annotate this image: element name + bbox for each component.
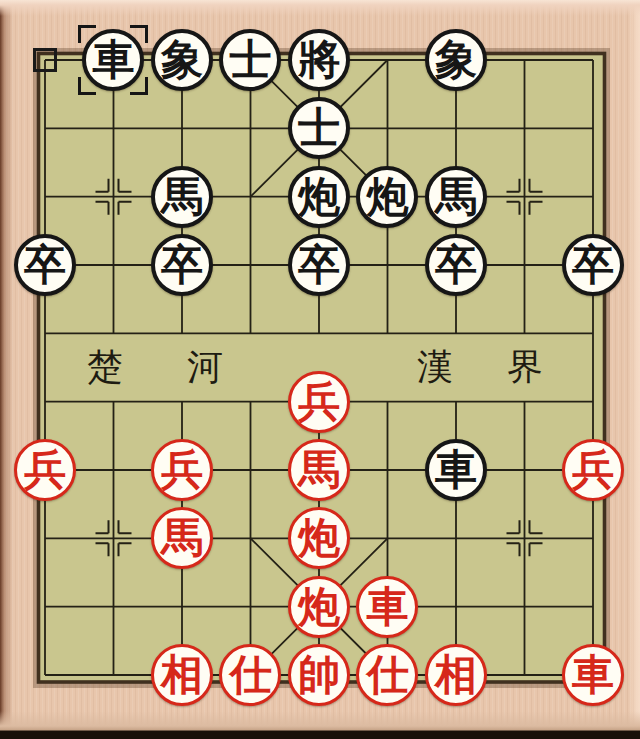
piece-red-cannon[interactable]: 炮	[288, 507, 350, 569]
piece-glyph: 車	[572, 654, 614, 696]
piece-red-advisor[interactable]: 仕	[219, 644, 281, 706]
piece-glyph: 兵	[298, 381, 340, 423]
piece-glyph: 卒	[161, 244, 203, 286]
piece-red-general[interactable]: 帥	[288, 644, 350, 706]
piece-black-pawn[interactable]: 卒	[288, 234, 350, 296]
piece-red-pawn[interactable]: 兵	[288, 371, 350, 433]
piece-red-horse[interactable]: 馬	[151, 507, 213, 569]
piece-glyph: 卒	[572, 244, 614, 286]
piece-black-chariot[interactable]: 車	[425, 439, 487, 501]
piece-glyph: 仕	[229, 654, 271, 696]
piece-glyph: 車	[435, 449, 477, 491]
xiangqi-board[interactable]: 車象士將象士馬炮炮馬卒卒卒卒卒車兵兵兵馬兵馬炮炮車相仕帥仕相車	[11, 26, 628, 709]
piece-black-pawn[interactable]: 卒	[562, 234, 624, 296]
piece-black-elephant[interactable]: 象	[425, 29, 487, 91]
piece-red-chariot[interactable]: 車	[356, 576, 418, 638]
piece-black-horse[interactable]: 馬	[151, 166, 213, 228]
piece-red-chariot[interactable]: 車	[562, 644, 624, 706]
piece-glyph: 炮	[298, 586, 340, 628]
last-move-from-marker	[33, 48, 57, 72]
piece-black-pawn[interactable]: 卒	[14, 234, 76, 296]
piece-glyph: 馬	[161, 176, 203, 218]
piece-glyph: 仕	[366, 654, 408, 696]
piece-glyph: 象	[161, 39, 203, 81]
piece-black-elephant[interactable]: 象	[151, 29, 213, 91]
piece-black-cannon[interactable]: 炮	[356, 166, 418, 228]
piece-black-chariot[interactable]: 車	[82, 29, 144, 91]
piece-glyph: 士	[229, 39, 271, 81]
piece-red-elephant[interactable]: 相	[151, 644, 213, 706]
piece-glyph: 兵	[24, 449, 66, 491]
piece-glyph: 馬	[161, 517, 203, 559]
piece-red-pawn[interactable]: 兵	[562, 439, 624, 501]
piece-black-pawn[interactable]: 卒	[425, 234, 487, 296]
piece-black-cannon[interactable]: 炮	[288, 166, 350, 228]
piece-glyph: 馬	[298, 449, 340, 491]
piece-black-horse[interactable]: 馬	[425, 166, 487, 228]
piece-red-pawn[interactable]: 兵	[151, 439, 213, 501]
piece-red-elephant[interactable]: 相	[425, 644, 487, 706]
piece-red-cannon[interactable]: 炮	[288, 576, 350, 638]
piece-black-pawn[interactable]: 卒	[151, 234, 213, 296]
piece-glyph: 兵	[161, 449, 203, 491]
piece-glyph: 士	[298, 107, 340, 149]
piece-glyph: 炮	[298, 517, 340, 559]
piece-black-advisor[interactable]: 士	[219, 29, 281, 91]
piece-glyph: 炮	[366, 176, 408, 218]
piece-glyph: 帥	[298, 654, 340, 696]
piece-black-advisor[interactable]: 士	[288, 97, 350, 159]
piece-glyph: 相	[435, 654, 477, 696]
piece-glyph: 卒	[298, 244, 340, 286]
piece-glyph: 兵	[572, 449, 614, 491]
piece-black-general[interactable]: 將	[288, 29, 350, 91]
piece-red-horse[interactable]: 馬	[288, 439, 350, 501]
piece-red-pawn[interactable]: 兵	[14, 439, 76, 501]
piece-glyph: 卒	[435, 244, 477, 286]
piece-glyph: 卒	[24, 244, 66, 286]
piece-glyph: 將	[298, 39, 340, 81]
piece-glyph: 車	[92, 39, 134, 81]
piece-glyph: 馬	[435, 176, 477, 218]
piece-glyph: 車	[366, 586, 408, 628]
piece-glyph: 相	[161, 654, 203, 696]
piece-glyph: 象	[435, 39, 477, 81]
piece-glyph: 炮	[298, 176, 340, 218]
piece-red-advisor[interactable]: 仕	[356, 644, 418, 706]
